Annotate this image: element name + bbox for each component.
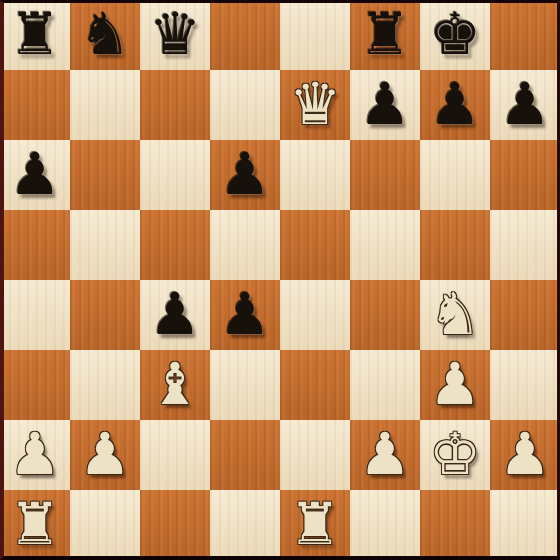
square-b5[interactable] [70, 210, 140, 280]
piece-black-rook: ♜ [359, 0, 411, 69]
square-d2[interactable] [210, 420, 280, 490]
square-f8[interactable]: ♜ [350, 0, 420, 70]
square-e2[interactable] [280, 420, 350, 490]
piece-black-pawn: ♟ [219, 280, 271, 349]
square-a5[interactable] [0, 210, 70, 280]
piece-black-pawn: ♟ [9, 140, 61, 209]
square-a3[interactable] [0, 350, 70, 420]
square-g8[interactable]: ♚ [420, 0, 490, 70]
square-a1[interactable]: ♜ [0, 490, 70, 560]
piece-black-pawn: ♟ [429, 70, 481, 139]
square-g5[interactable] [420, 210, 490, 280]
square-h1[interactable] [490, 490, 560, 560]
piece-black-pawn: ♟ [219, 140, 271, 209]
square-d3[interactable] [210, 350, 280, 420]
square-b7[interactable] [70, 70, 140, 140]
piece-white-pawn: ♟ [429, 350, 481, 419]
square-c8[interactable]: ♛ [140, 0, 210, 70]
square-a6[interactable]: ♟ [0, 140, 70, 210]
square-d4[interactable]: ♟ [210, 280, 280, 350]
piece-black-pawn: ♟ [499, 70, 551, 139]
square-f5[interactable] [350, 210, 420, 280]
piece-white-knight: ♞ [429, 280, 481, 349]
square-e1[interactable]: ♜ [280, 490, 350, 560]
piece-white-pawn: ♟ [9, 420, 61, 489]
square-h6[interactable] [490, 140, 560, 210]
square-g1[interactable] [420, 490, 490, 560]
square-b1[interactable] [70, 490, 140, 560]
piece-white-pawn: ♟ [359, 420, 411, 489]
piece-white-rook: ♜ [9, 490, 61, 559]
piece-black-king: ♚ [429, 0, 481, 69]
square-b3[interactable] [70, 350, 140, 420]
square-h2[interactable]: ♟ [490, 420, 560, 490]
square-d6[interactable]: ♟ [210, 140, 280, 210]
square-a2[interactable]: ♟ [0, 420, 70, 490]
chess-board: ♜♞♛♜♚♛♟♟♟♟♟♟♟♞♝♟♟♟♟♚♟♜♜ [0, 0, 560, 560]
square-f6[interactable] [350, 140, 420, 210]
square-h8[interactable] [490, 0, 560, 70]
piece-white-rook: ♜ [289, 490, 341, 559]
square-d1[interactable] [210, 490, 280, 560]
square-f4[interactable] [350, 280, 420, 350]
square-g6[interactable] [420, 140, 490, 210]
square-b4[interactable] [70, 280, 140, 350]
piece-white-pawn: ♟ [79, 420, 131, 489]
square-c1[interactable] [140, 490, 210, 560]
piece-white-queen: ♛ [289, 70, 341, 139]
square-e3[interactable] [280, 350, 350, 420]
square-c6[interactable] [140, 140, 210, 210]
square-c2[interactable] [140, 420, 210, 490]
square-b6[interactable] [70, 140, 140, 210]
square-g7[interactable]: ♟ [420, 70, 490, 140]
piece-black-pawn: ♟ [359, 70, 411, 139]
square-d8[interactable] [210, 0, 280, 70]
square-a4[interactable] [0, 280, 70, 350]
square-h5[interactable] [490, 210, 560, 280]
square-g3[interactable]: ♟ [420, 350, 490, 420]
chess-board-window: ♜♞♛♜♚♛♟♟♟♟♟♟♟♞♝♟♟♟♟♚♟♜♜ [0, 0, 560, 560]
piece-black-queen: ♛ [149, 0, 201, 69]
square-f1[interactable] [350, 490, 420, 560]
square-e4[interactable] [280, 280, 350, 350]
piece-white-pawn: ♟ [499, 420, 551, 489]
piece-white-bishop: ♝ [149, 350, 201, 419]
square-e7[interactable]: ♛ [280, 70, 350, 140]
piece-black-pawn: ♟ [149, 280, 201, 349]
piece-white-king: ♚ [429, 420, 481, 489]
square-h3[interactable] [490, 350, 560, 420]
square-f7[interactable]: ♟ [350, 70, 420, 140]
square-c5[interactable] [140, 210, 210, 280]
square-a7[interactable] [0, 70, 70, 140]
square-f3[interactable] [350, 350, 420, 420]
square-g2[interactable]: ♚ [420, 420, 490, 490]
square-a8[interactable]: ♜ [0, 0, 70, 70]
square-e8[interactable] [280, 0, 350, 70]
square-c3[interactable]: ♝ [140, 350, 210, 420]
square-e5[interactable] [280, 210, 350, 280]
square-h4[interactable] [490, 280, 560, 350]
square-d5[interactable] [210, 210, 280, 280]
square-c7[interactable] [140, 70, 210, 140]
square-e6[interactable] [280, 140, 350, 210]
square-g4[interactable]: ♞ [420, 280, 490, 350]
square-c4[interactable]: ♟ [140, 280, 210, 350]
piece-black-rook: ♜ [9, 0, 61, 69]
square-b2[interactable]: ♟ [70, 420, 140, 490]
square-f2[interactable]: ♟ [350, 420, 420, 490]
square-h7[interactable]: ♟ [490, 70, 560, 140]
piece-black-knight: ♞ [79, 0, 131, 69]
square-d7[interactable] [210, 70, 280, 140]
square-b8[interactable]: ♞ [70, 0, 140, 70]
